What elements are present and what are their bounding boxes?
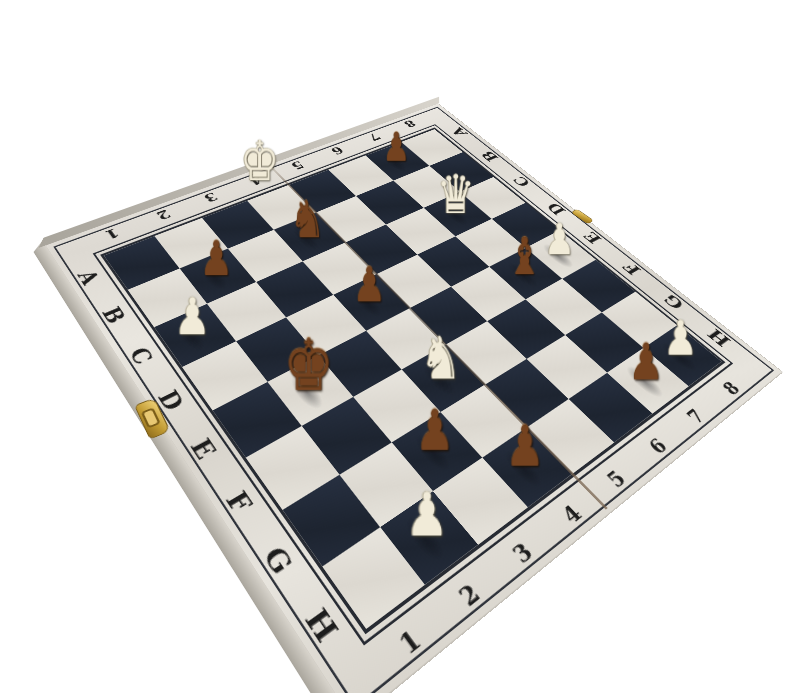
white-queen-c7[interactable]: ♛ [437, 168, 475, 222]
white-pawn-e8[interactable]: ♟ [544, 218, 575, 261]
rank-label-3: 3 [482, 513, 563, 595]
board-tilt-wrapper: ABCDEFGH ABCDEFGH 87654321 87654321 ♟♟♟♛… [46, 104, 782, 693]
white-pawn-c1[interactable]: ♟ [175, 292, 211, 343]
brown-pawn-d4[interactable]: ♟ [353, 262, 387, 309]
square-f1[interactable] [246, 426, 339, 509]
brown-pawn-g3[interactable]: ♟ [415, 404, 455, 459]
rank-label-1: 1 [86, 212, 140, 256]
brown-pawn-b2[interactable]: ♟ [199, 236, 233, 283]
brown-pawn-h4[interactable]: ♟ [506, 420, 546, 476]
rank-label-5: 5 [579, 445, 655, 515]
brown-king-e2[interactable]: ♚ [283, 330, 334, 401]
white-pawn-h8[interactable]: ♟ [664, 315, 698, 363]
brown-pawn-a7[interactable]: ♟ [382, 128, 410, 167]
brown-pawn-h7[interactable]: ♟ [629, 338, 664, 388]
white-pawn-h2[interactable]: ♟ [405, 486, 448, 547]
brown-knight-b4[interactable]: ♞ [290, 194, 326, 245]
white-knight-f4[interactable]: ♞ [420, 328, 462, 387]
folding-chess-box: ABCDEFGH ABCDEFGH 87654321 87654321 ♟♟♟♛… [46, 104, 782, 693]
rank-label-2: 2 [428, 552, 512, 641]
brown-bishop-e7[interactable]: ♝ [506, 230, 542, 281]
